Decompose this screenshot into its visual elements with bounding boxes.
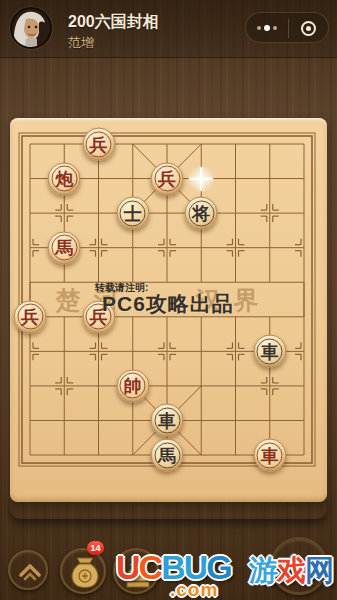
chevron-up-icon [10, 552, 50, 592]
black-piece-馬[interactable]: 馬 [151, 439, 184, 472]
river-char: 界 [234, 283, 259, 316]
red-piece-兵[interactable]: 兵 [14, 300, 47, 333]
red-piece-車[interactable]: 車 [253, 439, 286, 472]
player-name: 范增 [68, 34, 94, 52]
red-piece-兵[interactable]: 兵 [151, 162, 184, 195]
red-piece-兵[interactable]: 兵 [82, 128, 115, 161]
logo-com: .com [170, 579, 218, 600]
coin-bag-button[interactable] [60, 548, 106, 594]
black-piece-将[interactable]: 将 [185, 197, 218, 230]
money-bag-icon [62, 550, 108, 596]
avatar-portrait-icon [12, 9, 50, 47]
river-char: 楚 [56, 283, 81, 316]
logo-letter: 戏 [277, 554, 305, 586]
site-name-logo: 游戏网 [249, 551, 333, 591]
notification-badge: 14 [87, 541, 104, 555]
player-avatar[interactable] [10, 7, 52, 49]
black-piece-車[interactable]: 車 [151, 404, 184, 437]
red-piece-炮[interactable]: 炮 [48, 162, 81, 195]
level-title: 200六国封相 [68, 12, 159, 33]
black-piece-士[interactable]: 士 [116, 197, 149, 230]
move-sparkle [186, 164, 216, 194]
more-options-icon[interactable] [246, 13, 288, 42]
title-bar: 200六国封相 范增 [0, 0, 337, 58]
capsule-divider [288, 19, 289, 38]
logo-letter: C [139, 548, 162, 586]
red-piece-帥[interactable]: 帥 [116, 369, 149, 402]
collapse-button[interactable] [8, 550, 48, 590]
miniprogram-capsule [245, 12, 329, 43]
black-piece-車[interactable]: 車 [253, 335, 286, 368]
close-minimize-icon[interactable] [301, 21, 316, 36]
red-piece-馬[interactable]: 馬 [48, 231, 81, 264]
logo-letter: 游 [249, 554, 277, 586]
watermark-brand: PC6攻略出品 [102, 290, 234, 318]
logo-letter: U [116, 548, 139, 586]
logo-letter: 网 [305, 554, 333, 586]
